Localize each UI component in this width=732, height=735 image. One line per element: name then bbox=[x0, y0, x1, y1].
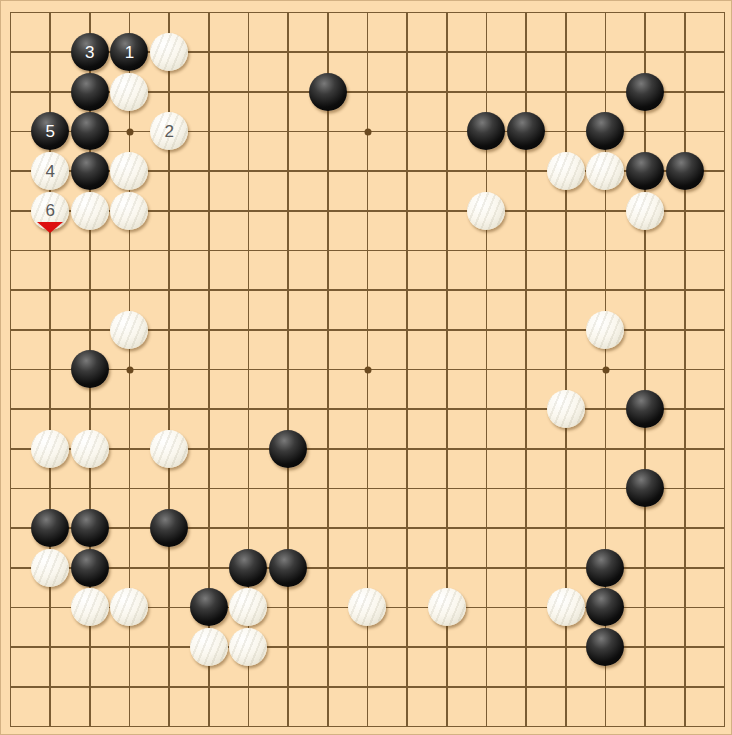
intersection[interactable] bbox=[546, 72, 586, 112]
intersection[interactable] bbox=[387, 112, 427, 152]
intersection[interactable] bbox=[229, 72, 269, 112]
intersection[interactable] bbox=[149, 667, 189, 707]
intersection[interactable] bbox=[0, 191, 30, 231]
intersection[interactable] bbox=[586, 112, 626, 152]
intersection[interactable] bbox=[625, 151, 665, 191]
intersection[interactable] bbox=[70, 389, 110, 429]
intersection[interactable] bbox=[70, 627, 110, 667]
intersection[interactable] bbox=[229, 389, 269, 429]
intersection[interactable] bbox=[308, 706, 348, 735]
intersection[interactable] bbox=[665, 0, 705, 32]
intersection[interactable] bbox=[229, 667, 269, 707]
intersection[interactable] bbox=[308, 548, 348, 588]
intersection[interactable] bbox=[268, 389, 308, 429]
intersection[interactable] bbox=[467, 72, 507, 112]
intersection[interactable] bbox=[110, 667, 150, 707]
intersection[interactable] bbox=[586, 588, 626, 628]
intersection[interactable] bbox=[586, 548, 626, 588]
intersection[interactable] bbox=[665, 667, 705, 707]
intersection[interactable] bbox=[506, 350, 546, 390]
intersection[interactable] bbox=[189, 429, 229, 469]
intersection[interactable] bbox=[665, 508, 705, 548]
intersection[interactable]: 5 bbox=[30, 112, 70, 152]
intersection[interactable] bbox=[0, 32, 30, 72]
intersection[interactable] bbox=[704, 389, 732, 429]
intersection[interactable] bbox=[427, 429, 467, 469]
intersection[interactable] bbox=[189, 667, 229, 707]
intersection[interactable] bbox=[427, 706, 467, 735]
intersection[interactable] bbox=[506, 627, 546, 667]
intersection[interactable] bbox=[506, 706, 546, 735]
intersection[interactable] bbox=[625, 469, 665, 509]
intersection[interactable] bbox=[189, 310, 229, 350]
intersection[interactable] bbox=[586, 191, 626, 231]
intersection[interactable] bbox=[348, 231, 388, 271]
intersection[interactable] bbox=[308, 508, 348, 548]
intersection[interactable] bbox=[110, 508, 150, 548]
intersection[interactable] bbox=[546, 32, 586, 72]
intersection[interactable] bbox=[427, 72, 467, 112]
intersection[interactable] bbox=[30, 270, 70, 310]
intersection[interactable] bbox=[625, 191, 665, 231]
intersection[interactable] bbox=[308, 72, 348, 112]
intersection[interactable] bbox=[506, 429, 546, 469]
intersection[interactable] bbox=[70, 310, 110, 350]
intersection[interactable] bbox=[387, 389, 427, 429]
intersection[interactable] bbox=[546, 429, 586, 469]
intersection[interactable] bbox=[30, 0, 70, 32]
intersection[interactable] bbox=[0, 270, 30, 310]
intersection[interactable] bbox=[30, 627, 70, 667]
intersection[interactable] bbox=[546, 151, 586, 191]
intersection[interactable] bbox=[506, 310, 546, 350]
intersection[interactable] bbox=[467, 389, 507, 429]
intersection[interactable] bbox=[427, 310, 467, 350]
intersection[interactable] bbox=[0, 429, 30, 469]
intersection[interactable] bbox=[348, 32, 388, 72]
intersection[interactable] bbox=[189, 0, 229, 32]
intersection[interactable] bbox=[70, 191, 110, 231]
intersection[interactable] bbox=[30, 588, 70, 628]
intersection[interactable] bbox=[308, 231, 348, 271]
intersection[interactable] bbox=[70, 429, 110, 469]
intersection[interactable] bbox=[665, 270, 705, 310]
intersection[interactable] bbox=[0, 588, 30, 628]
intersection[interactable] bbox=[30, 548, 70, 588]
intersection[interactable] bbox=[110, 151, 150, 191]
intersection[interactable] bbox=[110, 270, 150, 310]
intersection[interactable] bbox=[70, 548, 110, 588]
intersection[interactable] bbox=[546, 667, 586, 707]
intersection[interactable] bbox=[229, 310, 269, 350]
intersection[interactable] bbox=[467, 231, 507, 271]
intersection[interactable] bbox=[467, 0, 507, 32]
intersection[interactable] bbox=[149, 151, 189, 191]
intersection[interactable] bbox=[546, 508, 586, 548]
intersection[interactable] bbox=[268, 508, 308, 548]
intersection[interactable] bbox=[189, 32, 229, 72]
intersection[interactable] bbox=[30, 310, 70, 350]
intersection[interactable] bbox=[149, 32, 189, 72]
intersection[interactable] bbox=[268, 627, 308, 667]
intersection[interactable] bbox=[308, 350, 348, 390]
intersection[interactable] bbox=[704, 72, 732, 112]
intersection[interactable] bbox=[665, 627, 705, 667]
intersection[interactable] bbox=[586, 627, 626, 667]
intersection[interactable] bbox=[308, 151, 348, 191]
intersection[interactable] bbox=[70, 508, 110, 548]
intersection[interactable] bbox=[586, 429, 626, 469]
intersection[interactable] bbox=[665, 588, 705, 628]
intersection[interactable] bbox=[506, 667, 546, 707]
intersection[interactable] bbox=[229, 508, 269, 548]
intersection[interactable] bbox=[189, 588, 229, 628]
intersection[interactable] bbox=[189, 508, 229, 548]
intersection[interactable] bbox=[704, 706, 732, 735]
intersection[interactable] bbox=[586, 706, 626, 735]
intersection[interactable] bbox=[110, 0, 150, 32]
intersection[interactable] bbox=[387, 270, 427, 310]
intersection[interactable] bbox=[149, 72, 189, 112]
intersection[interactable] bbox=[586, 270, 626, 310]
intersection[interactable] bbox=[704, 548, 732, 588]
intersection[interactable] bbox=[625, 350, 665, 390]
intersection[interactable] bbox=[308, 389, 348, 429]
intersection[interactable] bbox=[546, 0, 586, 32]
intersection[interactable] bbox=[546, 706, 586, 735]
intersection[interactable] bbox=[348, 72, 388, 112]
intersection[interactable] bbox=[467, 548, 507, 588]
intersection[interactable] bbox=[70, 469, 110, 509]
intersection[interactable] bbox=[467, 350, 507, 390]
intersection[interactable] bbox=[149, 706, 189, 735]
intersection[interactable] bbox=[229, 469, 269, 509]
intersection[interactable] bbox=[0, 72, 30, 112]
intersection[interactable] bbox=[704, 588, 732, 628]
intersection[interactable] bbox=[348, 667, 388, 707]
intersection[interactable] bbox=[308, 32, 348, 72]
intersection[interactable] bbox=[586, 469, 626, 509]
intersection[interactable] bbox=[467, 32, 507, 72]
intersection[interactable] bbox=[427, 350, 467, 390]
intersection[interactable] bbox=[229, 151, 269, 191]
intersection[interactable] bbox=[348, 706, 388, 735]
intersection[interactable] bbox=[229, 0, 269, 32]
intersection[interactable] bbox=[665, 191, 705, 231]
intersection[interactable] bbox=[467, 270, 507, 310]
intersection[interactable] bbox=[665, 469, 705, 509]
intersection[interactable] bbox=[189, 270, 229, 310]
intersection[interactable] bbox=[0, 627, 30, 667]
intersection[interactable] bbox=[704, 270, 732, 310]
intersection[interactable] bbox=[268, 429, 308, 469]
intersection[interactable] bbox=[149, 627, 189, 667]
intersection[interactable] bbox=[308, 469, 348, 509]
intersection[interactable] bbox=[268, 231, 308, 271]
intersection[interactable] bbox=[586, 0, 626, 32]
intersection[interactable]: 6 bbox=[30, 191, 70, 231]
intersection[interactable] bbox=[704, 0, 732, 32]
intersection[interactable] bbox=[506, 32, 546, 72]
intersection[interactable] bbox=[506, 508, 546, 548]
intersection[interactable] bbox=[0, 389, 30, 429]
intersection[interactable] bbox=[308, 310, 348, 350]
intersection[interactable] bbox=[268, 706, 308, 735]
intersection[interactable] bbox=[308, 588, 348, 628]
intersection[interactable] bbox=[586, 667, 626, 707]
intersection[interactable] bbox=[149, 270, 189, 310]
intersection[interactable] bbox=[546, 588, 586, 628]
intersection[interactable] bbox=[665, 350, 705, 390]
intersection[interactable] bbox=[348, 151, 388, 191]
intersection[interactable] bbox=[625, 32, 665, 72]
intersection[interactable] bbox=[229, 32, 269, 72]
intersection[interactable] bbox=[427, 231, 467, 271]
intersection[interactable] bbox=[467, 429, 507, 469]
intersection[interactable] bbox=[586, 350, 626, 390]
intersection[interactable] bbox=[467, 310, 507, 350]
intersection[interactable] bbox=[506, 191, 546, 231]
intersection[interactable] bbox=[229, 627, 269, 667]
intersection[interactable] bbox=[586, 231, 626, 271]
intersection[interactable] bbox=[189, 112, 229, 152]
intersection[interactable] bbox=[268, 270, 308, 310]
intersection[interactable] bbox=[625, 508, 665, 548]
intersection[interactable] bbox=[348, 112, 388, 152]
intersection[interactable]: 3 bbox=[70, 32, 110, 72]
intersection[interactable] bbox=[30, 389, 70, 429]
intersection[interactable] bbox=[625, 588, 665, 628]
intersection[interactable] bbox=[625, 429, 665, 469]
intersection[interactable] bbox=[546, 548, 586, 588]
intersection[interactable] bbox=[0, 310, 30, 350]
intersection[interactable] bbox=[229, 231, 269, 271]
intersection[interactable] bbox=[704, 508, 732, 548]
intersection[interactable] bbox=[70, 231, 110, 271]
intersection[interactable] bbox=[189, 706, 229, 735]
intersection[interactable] bbox=[110, 72, 150, 112]
intersection[interactable] bbox=[110, 310, 150, 350]
go-board[interactable]: 315246 bbox=[0, 0, 732, 735]
intersection[interactable] bbox=[110, 112, 150, 152]
intersection[interactable] bbox=[506, 469, 546, 509]
intersection[interactable] bbox=[70, 112, 110, 152]
intersection[interactable] bbox=[308, 627, 348, 667]
intersection[interactable] bbox=[387, 588, 427, 628]
intersection[interactable] bbox=[0, 0, 30, 32]
intersection[interactable] bbox=[110, 627, 150, 667]
intersection[interactable] bbox=[189, 469, 229, 509]
intersection[interactable] bbox=[625, 706, 665, 735]
intersection[interactable] bbox=[268, 112, 308, 152]
intersection[interactable] bbox=[704, 469, 732, 509]
intersection[interactable] bbox=[189, 350, 229, 390]
intersection[interactable]: 4 bbox=[30, 151, 70, 191]
intersection[interactable] bbox=[30, 72, 70, 112]
intersection[interactable] bbox=[0, 667, 30, 707]
intersection[interactable] bbox=[586, 389, 626, 429]
intersection[interactable] bbox=[229, 588, 269, 628]
intersection[interactable] bbox=[30, 231, 70, 271]
intersection[interactable] bbox=[30, 350, 70, 390]
intersection[interactable] bbox=[427, 667, 467, 707]
intersection[interactable] bbox=[467, 151, 507, 191]
intersection[interactable] bbox=[586, 72, 626, 112]
intersection[interactable] bbox=[704, 350, 732, 390]
intersection[interactable] bbox=[665, 389, 705, 429]
intersection[interactable] bbox=[70, 667, 110, 707]
intersection[interactable] bbox=[704, 310, 732, 350]
intersection[interactable] bbox=[467, 667, 507, 707]
intersection[interactable] bbox=[387, 667, 427, 707]
intersection[interactable] bbox=[506, 72, 546, 112]
intersection[interactable] bbox=[70, 706, 110, 735]
intersection[interactable] bbox=[110, 548, 150, 588]
intersection[interactable] bbox=[506, 270, 546, 310]
intersection[interactable] bbox=[30, 469, 70, 509]
intersection[interactable] bbox=[387, 0, 427, 32]
intersection[interactable] bbox=[506, 151, 546, 191]
intersection[interactable] bbox=[427, 270, 467, 310]
intersection[interactable] bbox=[506, 588, 546, 628]
intersection[interactable] bbox=[70, 270, 110, 310]
intersection[interactable] bbox=[546, 389, 586, 429]
intersection[interactable] bbox=[348, 270, 388, 310]
intersection[interactable] bbox=[268, 548, 308, 588]
intersection[interactable] bbox=[0, 231, 30, 271]
intersection[interactable] bbox=[308, 0, 348, 32]
intersection[interactable] bbox=[427, 469, 467, 509]
intersection[interactable] bbox=[348, 0, 388, 32]
intersection[interactable] bbox=[387, 32, 427, 72]
intersection[interactable] bbox=[704, 429, 732, 469]
intersection[interactable] bbox=[268, 191, 308, 231]
intersection[interactable] bbox=[387, 191, 427, 231]
intersection[interactable] bbox=[427, 151, 467, 191]
intersection[interactable] bbox=[110, 231, 150, 271]
intersection[interactable] bbox=[387, 508, 427, 548]
intersection[interactable] bbox=[0, 112, 30, 152]
intersection[interactable] bbox=[625, 231, 665, 271]
intersection[interactable] bbox=[467, 627, 507, 667]
intersection[interactable] bbox=[704, 191, 732, 231]
intersection[interactable] bbox=[625, 548, 665, 588]
intersection[interactable] bbox=[308, 429, 348, 469]
intersection[interactable] bbox=[665, 112, 705, 152]
intersection[interactable] bbox=[30, 706, 70, 735]
intersection[interactable] bbox=[387, 72, 427, 112]
intersection[interactable] bbox=[427, 627, 467, 667]
intersection[interactable] bbox=[268, 588, 308, 628]
intersection[interactable] bbox=[0, 548, 30, 588]
intersection[interactable] bbox=[70, 588, 110, 628]
intersection[interactable] bbox=[110, 706, 150, 735]
intersection[interactable] bbox=[229, 350, 269, 390]
intersection[interactable] bbox=[0, 706, 30, 735]
intersection[interactable] bbox=[348, 588, 388, 628]
intersection[interactable] bbox=[0, 350, 30, 390]
intersection[interactable] bbox=[149, 469, 189, 509]
intersection[interactable] bbox=[348, 310, 388, 350]
intersection[interactable] bbox=[665, 151, 705, 191]
intersection[interactable] bbox=[704, 151, 732, 191]
intersection[interactable] bbox=[268, 72, 308, 112]
intersection[interactable] bbox=[625, 310, 665, 350]
intersection[interactable] bbox=[308, 191, 348, 231]
intersection[interactable] bbox=[308, 112, 348, 152]
intersection[interactable] bbox=[546, 191, 586, 231]
intersection[interactable] bbox=[229, 548, 269, 588]
intersection[interactable] bbox=[665, 231, 705, 271]
intersection[interactable] bbox=[70, 72, 110, 112]
intersection[interactable] bbox=[467, 112, 507, 152]
intersection[interactable] bbox=[189, 151, 229, 191]
intersection[interactable] bbox=[268, 667, 308, 707]
intersection[interactable] bbox=[387, 310, 427, 350]
intersection[interactable] bbox=[229, 706, 269, 735]
intersection[interactable] bbox=[0, 508, 30, 548]
intersection[interactable] bbox=[427, 508, 467, 548]
intersection[interactable] bbox=[189, 548, 229, 588]
intersection[interactable] bbox=[387, 429, 427, 469]
intersection[interactable] bbox=[427, 112, 467, 152]
intersection[interactable] bbox=[149, 350, 189, 390]
intersection[interactable] bbox=[149, 310, 189, 350]
intersection[interactable] bbox=[149, 429, 189, 469]
intersection[interactable] bbox=[348, 389, 388, 429]
intersection[interactable] bbox=[427, 588, 467, 628]
intersection[interactable] bbox=[665, 32, 705, 72]
intersection[interactable] bbox=[268, 350, 308, 390]
intersection[interactable] bbox=[506, 112, 546, 152]
intersection[interactable] bbox=[387, 469, 427, 509]
intersection[interactable] bbox=[70, 0, 110, 32]
intersection[interactable] bbox=[189, 72, 229, 112]
intersection[interactable] bbox=[110, 191, 150, 231]
intersection[interactable] bbox=[665, 72, 705, 112]
intersection[interactable] bbox=[149, 231, 189, 271]
intersection[interactable] bbox=[229, 191, 269, 231]
intersection[interactable] bbox=[348, 508, 388, 548]
intersection[interactable] bbox=[30, 667, 70, 707]
intersection[interactable] bbox=[546, 310, 586, 350]
intersection[interactable] bbox=[149, 548, 189, 588]
intersection[interactable] bbox=[110, 469, 150, 509]
intersection[interactable] bbox=[348, 191, 388, 231]
intersection[interactable] bbox=[506, 389, 546, 429]
intersection[interactable] bbox=[70, 350, 110, 390]
intersection[interactable] bbox=[387, 627, 427, 667]
intersection[interactable] bbox=[546, 627, 586, 667]
intersection[interactable] bbox=[387, 151, 427, 191]
intersection[interactable] bbox=[506, 548, 546, 588]
intersection[interactable] bbox=[467, 706, 507, 735]
intersection[interactable] bbox=[387, 350, 427, 390]
intersection[interactable] bbox=[149, 191, 189, 231]
intersection[interactable] bbox=[427, 389, 467, 429]
intersection[interactable] bbox=[546, 270, 586, 310]
intersection[interactable] bbox=[308, 270, 348, 310]
intersection[interactable] bbox=[348, 429, 388, 469]
intersection[interactable] bbox=[110, 350, 150, 390]
intersection[interactable] bbox=[110, 588, 150, 628]
intersection[interactable] bbox=[149, 508, 189, 548]
intersection[interactable] bbox=[704, 627, 732, 667]
intersection[interactable] bbox=[348, 548, 388, 588]
intersection[interactable] bbox=[704, 112, 732, 152]
intersection[interactable] bbox=[348, 350, 388, 390]
intersection[interactable] bbox=[625, 667, 665, 707]
